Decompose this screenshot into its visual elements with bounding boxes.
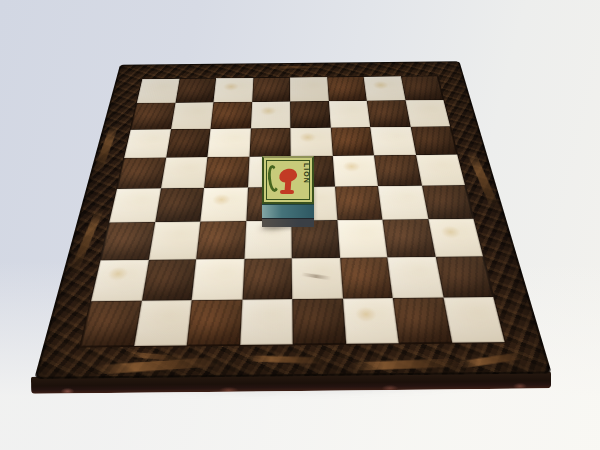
board-square [200,187,247,221]
board-square [340,257,393,298]
board-square [367,100,410,126]
board-square [421,185,473,219]
board-square [137,79,179,104]
matchbox-drawer [262,204,314,218]
board-square [117,157,166,188]
frame-carving-detail [126,352,183,361]
board-square [435,256,493,297]
matchbox-label: LION [262,156,314,204]
board-square [192,258,244,300]
board-square [374,155,422,186]
board-square [134,300,192,346]
board-square [290,77,329,102]
frame-carving-detail [269,66,332,69]
board-square [443,297,505,343]
board-square [364,76,406,100]
matchbox: LION [262,156,314,227]
board-square [101,222,155,260]
board-square [332,155,378,186]
board-square [387,256,443,297]
board-square [393,297,452,343]
board-square [131,103,175,130]
board-square [378,186,428,220]
photo-background: LION [0,0,600,450]
board-square [207,128,250,157]
board-square [401,76,444,100]
board-square [124,129,170,158]
board-square [204,157,249,188]
board-square [171,102,214,129]
board-square [290,101,330,128]
board-square [416,154,465,185]
frame-carving-detail [351,358,459,371]
board-square [337,220,387,258]
board-square [410,126,457,155]
board-square [242,258,292,299]
board-square [405,100,450,126]
board-square [250,102,290,129]
board-square [148,222,200,260]
board-square [141,259,196,301]
board-square [290,127,332,156]
board-square [155,188,204,222]
board-square [428,219,483,257]
board-square [249,128,291,157]
frame-carving-detail [458,352,528,369]
board-square [211,102,252,129]
board-square [213,78,253,103]
board-square [109,188,160,222]
matchbox-brand-text: LION [303,163,310,184]
board-square [81,300,142,346]
board-square [91,259,148,301]
board-square [175,78,216,103]
board-square [196,221,246,259]
lion-icon [280,190,294,194]
frame-carving-detail [93,125,119,172]
board-square [330,127,374,156]
board-square [292,257,343,298]
board-square [370,126,415,155]
board-square [382,219,435,257]
frame-carving-detail [247,355,327,364]
frame-carving-detail [96,357,222,375]
board-square [328,101,370,128]
board-square [342,298,398,344]
board-square [334,186,382,220]
board-square [327,77,367,102]
board-square [166,129,211,158]
board-square [161,157,208,188]
frame-carving-detail [466,151,501,212]
board-square [187,299,242,345]
board-square [240,299,293,345]
matchbox-base [262,218,314,227]
board-square [252,77,290,102]
board-square [292,298,345,344]
